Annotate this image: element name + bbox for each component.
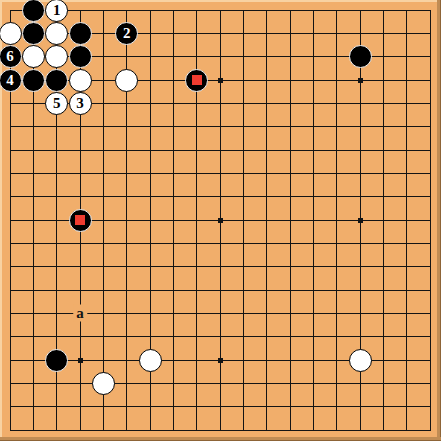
star-point <box>218 358 223 363</box>
black-stone <box>22 0 45 22</box>
grid-line-vertical <box>243 10 244 431</box>
star-point <box>78 358 83 363</box>
black-stone <box>45 69 68 92</box>
move-number: 1 <box>53 3 61 18</box>
grid-line-horizontal <box>10 150 431 151</box>
go-board: 126453a <box>0 0 441 441</box>
grid-line-horizontal <box>10 10 431 11</box>
grid-line-vertical <box>383 10 384 431</box>
star-point <box>358 218 363 223</box>
black-stone <box>22 69 45 92</box>
black-stone <box>45 349 68 372</box>
board-edge-top <box>0 0 441 2</box>
star-point <box>218 78 223 83</box>
board-edge-right <box>437 0 441 441</box>
black-stone <box>69 45 92 68</box>
white-stone <box>349 349 372 372</box>
square-mark-icon <box>192 75 202 85</box>
grid-line-horizontal <box>10 430 431 431</box>
square-mark-icon <box>75 215 85 225</box>
move-number: 3 <box>76 96 84 111</box>
black-stone: 4 <box>0 69 22 92</box>
grid-line-horizontal <box>10 126 431 127</box>
white-stone <box>45 22 68 45</box>
grid-line-vertical <box>336 10 337 431</box>
grid-line-horizontal <box>10 383 431 384</box>
move-number: 2 <box>123 26 131 41</box>
board-edge-bottom <box>0 437 441 441</box>
grid-line-vertical <box>103 10 104 431</box>
white-stone <box>115 69 138 92</box>
white-stone <box>139 349 162 372</box>
white-stone <box>45 45 68 68</box>
white-stone <box>69 69 92 92</box>
black-stone: 2 <box>115 22 138 45</box>
grid-line-vertical <box>313 10 314 431</box>
grid-line-horizontal <box>10 266 431 267</box>
white-stone: 5 <box>45 92 68 115</box>
star-point <box>358 78 363 83</box>
white-stone <box>0 22 22 45</box>
grid-line-horizontal <box>10 406 431 407</box>
white-stone: 1 <box>45 0 68 22</box>
grid-line-vertical <box>430 10 431 431</box>
move-number: 5 <box>53 96 61 111</box>
move-number: 4 <box>6 73 14 88</box>
star-point <box>218 218 223 223</box>
black-stone <box>185 69 208 92</box>
grid-line-horizontal <box>10 336 431 337</box>
grid-line-horizontal <box>10 243 431 244</box>
black-stone <box>22 22 45 45</box>
grid-line-horizontal <box>10 196 431 197</box>
grid-line-vertical <box>290 10 291 431</box>
black-stone: 6 <box>0 45 22 68</box>
black-stone <box>69 22 92 45</box>
white-stone <box>92 372 115 395</box>
grid-line-horizontal <box>10 173 431 174</box>
white-stone: 3 <box>69 92 92 115</box>
grid-line-horizontal <box>10 290 431 291</box>
board-edge-left <box>0 0 2 441</box>
point-label: a <box>73 305 87 322</box>
black-stone <box>349 45 372 68</box>
black-stone <box>69 209 92 232</box>
grid-line-vertical <box>173 10 174 431</box>
move-number: 6 <box>6 49 14 64</box>
grid-line-vertical <box>406 10 407 431</box>
white-stone <box>22 45 45 68</box>
grid-line-vertical <box>266 10 267 431</box>
